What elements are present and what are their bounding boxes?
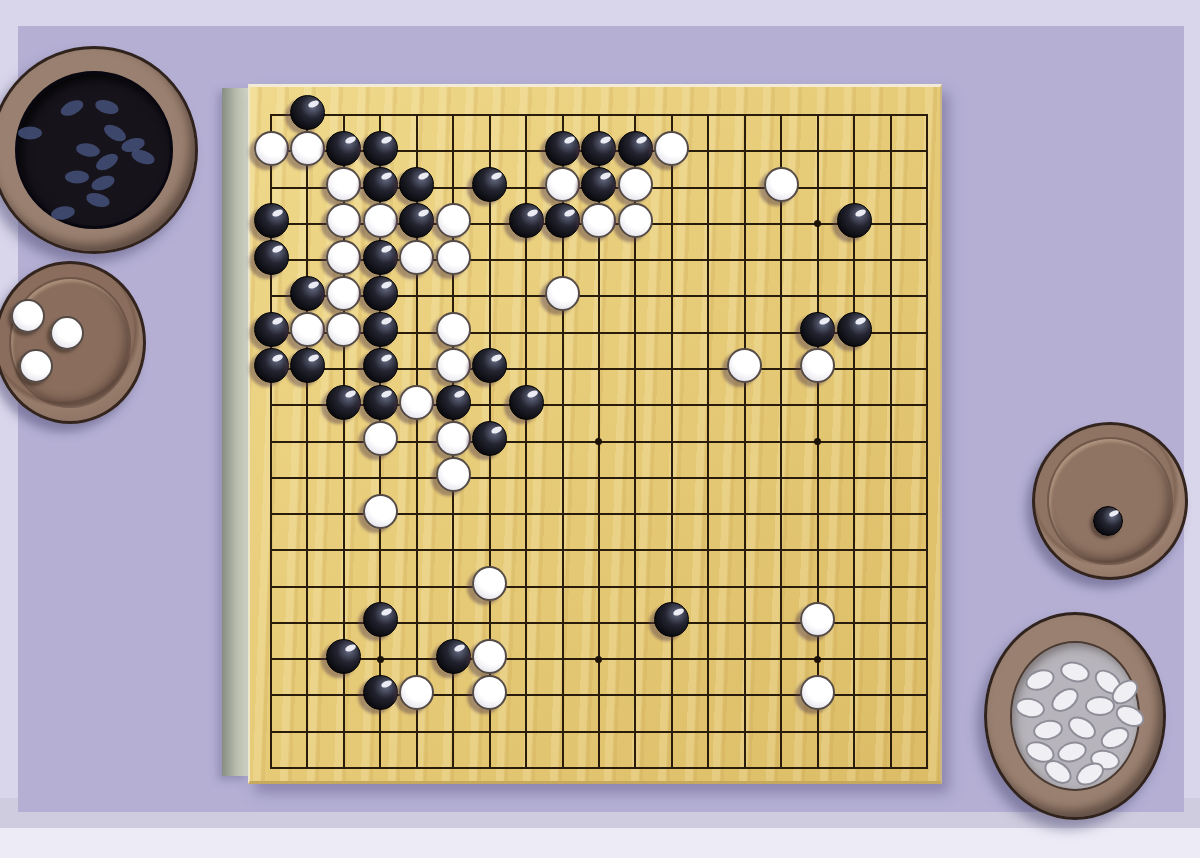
white-stone (764, 167, 799, 202)
star-point (814, 220, 821, 227)
black-stone (399, 203, 434, 238)
black-stone (363, 602, 398, 637)
black-stone (472, 167, 507, 202)
black-stone (545, 203, 580, 238)
white-stone (800, 602, 835, 637)
black-stone (254, 312, 289, 347)
black-stone (399, 167, 434, 202)
board-grid[interactable] (270, 114, 928, 769)
white-stone (654, 131, 689, 166)
white-stone (727, 348, 762, 383)
white-stone (326, 312, 361, 347)
black-stone (290, 348, 325, 383)
white-stone (363, 494, 398, 529)
black-stone (509, 385, 544, 420)
black-stone (581, 131, 616, 166)
white-stone (545, 167, 580, 202)
black-stone (654, 602, 689, 637)
black-stone (436, 639, 471, 674)
black-stone (363, 312, 398, 347)
black-stone-heap-glint (65, 171, 89, 184)
black-stone (800, 312, 835, 347)
white-stone (618, 167, 653, 202)
white-stone (254, 131, 289, 166)
star-point (814, 656, 821, 663)
captured-white-stone (11, 299, 45, 333)
black-stone (326, 131, 361, 166)
black-stone (363, 167, 398, 202)
white-stone (326, 240, 361, 275)
white-stone (436, 240, 471, 275)
white-stone (800, 348, 835, 383)
white-stone (436, 348, 471, 383)
scene (0, 0, 1200, 858)
black-stone (326, 639, 361, 674)
black-stone (581, 167, 616, 202)
white-stone (363, 421, 398, 456)
star-point (814, 438, 821, 445)
white-stone (399, 675, 434, 710)
black-stone (837, 312, 872, 347)
black-stone (363, 276, 398, 311)
white-stone (436, 457, 471, 492)
white-stone (618, 203, 653, 238)
go-board (248, 84, 942, 784)
white-stone (326, 203, 361, 238)
white-stone (290, 131, 325, 166)
white-stone (436, 312, 471, 347)
black-stone (290, 95, 325, 130)
white-stone (399, 385, 434, 420)
white-stone (472, 675, 507, 710)
black-stone-heap-glint (18, 127, 42, 140)
white-stone (581, 203, 616, 238)
black-stone (472, 348, 507, 383)
white-stone-in-bowl (1085, 696, 1115, 716)
star-point (377, 656, 384, 663)
black-stone (618, 131, 653, 166)
black-stone (363, 385, 398, 420)
white-stone (436, 203, 471, 238)
black-stone (254, 203, 289, 238)
black-stone (290, 276, 325, 311)
white-stone (800, 675, 835, 710)
black-stone (326, 385, 361, 420)
white-stone (545, 276, 580, 311)
black-stone (363, 675, 398, 710)
white-stone (472, 639, 507, 674)
black-stone (363, 131, 398, 166)
star-point (595, 438, 602, 445)
black-stone (254, 240, 289, 275)
black-stone (472, 421, 507, 456)
white-stone (326, 167, 361, 202)
black-stone (363, 348, 398, 383)
white-stone (472, 566, 507, 601)
star-point (595, 656, 602, 663)
goban-side-edge (222, 88, 249, 776)
white-stone (363, 203, 398, 238)
black-stone (837, 203, 872, 238)
black-stone (509, 203, 544, 238)
white-stone (399, 240, 434, 275)
black-stone (363, 240, 398, 275)
black-stone (545, 131, 580, 166)
captured-white-stone (19, 349, 53, 383)
white-stone (326, 276, 361, 311)
captured-black-stone (1093, 506, 1123, 536)
captured-white-stone (50, 316, 84, 350)
black-prisoner-lid (1032, 422, 1188, 580)
white-stone (290, 312, 325, 347)
black-stone (436, 385, 471, 420)
black-stone (254, 348, 289, 383)
white-stone (436, 421, 471, 456)
